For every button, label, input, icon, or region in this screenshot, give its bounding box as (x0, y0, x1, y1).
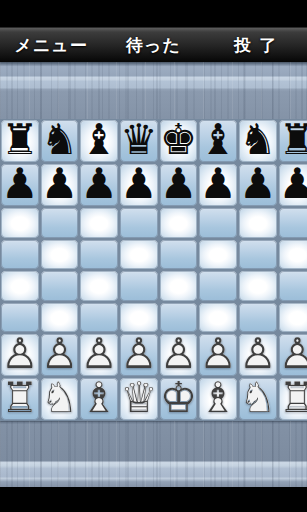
square-a7[interactable]: ♟ (1, 164, 39, 206)
square-h7[interactable]: ♟ (279, 164, 307, 206)
square-g2[interactable]: ♟♙ (239, 334, 277, 376)
piece-white-pawn: ♟♙ (80, 333, 118, 375)
square-a4[interactable] (1, 271, 39, 301)
piece-black-pawn: ♟ (199, 163, 237, 205)
menu-bar: メニュー 待った 投 了 (0, 27, 307, 62)
square-f1[interactable]: ♝♗ (199, 378, 237, 420)
square-d6[interactable] (120, 208, 158, 238)
square-e1[interactable]: ♚♔ (160, 378, 198, 420)
square-b4[interactable] (41, 271, 79, 301)
piece-white-pawn: ♟♙ (120, 333, 158, 375)
square-a5[interactable] (1, 240, 39, 270)
square-a3[interactable] (1, 303, 39, 333)
piece-black-pawn: ♟ (41, 163, 79, 205)
piece-black-king: ♚ (160, 119, 198, 161)
piece-white-pawn: ♟♙ (160, 333, 198, 375)
square-b8[interactable]: ♞ (41, 120, 79, 162)
status-bar (0, 0, 307, 27)
square-c5[interactable] (80, 240, 118, 270)
square-d3[interactable] (120, 303, 158, 333)
square-f6[interactable] (199, 208, 237, 238)
square-c4[interactable] (80, 271, 118, 301)
piece-black-pawn: ♟ (1, 163, 39, 205)
piece-black-rook: ♜ (1, 119, 39, 161)
square-g5[interactable] (239, 240, 277, 270)
piece-white-pawn: ♟♙ (239, 333, 277, 375)
square-g1[interactable]: ♞♘ (239, 378, 277, 420)
piece-black-pawn: ♟ (120, 163, 158, 205)
square-b3[interactable] (41, 303, 79, 333)
square-a2[interactable]: ♟♙ (1, 334, 39, 376)
piece-white-bishop: ♝♗ (80, 377, 118, 419)
square-f8[interactable]: ♝ (199, 120, 237, 162)
square-b6[interactable] (41, 208, 79, 238)
square-d5[interactable] (120, 240, 158, 270)
square-g3[interactable] (239, 303, 277, 333)
square-e2[interactable]: ♟♙ (160, 334, 198, 376)
piece-black-queen: ♛ (120, 119, 158, 161)
top-wood-panel (0, 62, 307, 119)
piece-black-pawn: ♟ (239, 163, 277, 205)
square-d8[interactable]: ♛ (120, 120, 158, 162)
piece-white-bishop: ♝♗ (199, 377, 237, 419)
piece-white-pawn: ♟♙ (199, 333, 237, 375)
piece-black-rook: ♜ (279, 119, 307, 161)
piece-black-knight: ♞ (239, 119, 277, 161)
piece-black-bishop: ♝ (199, 119, 237, 161)
square-e6[interactable] (160, 208, 198, 238)
square-d2[interactable]: ♟♙ (120, 334, 158, 376)
piece-white-queen: ♛♕ (120, 377, 158, 419)
square-h2[interactable]: ♟♙ (279, 334, 307, 376)
square-d4[interactable] (120, 271, 158, 301)
square-b5[interactable] (41, 240, 79, 270)
square-e5[interactable] (160, 240, 198, 270)
square-e7[interactable]: ♟ (160, 164, 198, 206)
square-a6[interactable] (1, 208, 39, 238)
square-f7[interactable]: ♟ (199, 164, 237, 206)
square-h1[interactable]: ♜♖ (279, 378, 307, 420)
square-c2[interactable]: ♟♙ (80, 334, 118, 376)
square-h8[interactable]: ♜ (279, 120, 307, 162)
square-c6[interactable] (80, 208, 118, 238)
square-e4[interactable] (160, 271, 198, 301)
square-g4[interactable] (239, 271, 277, 301)
square-e3[interactable] (160, 303, 198, 333)
square-d1[interactable]: ♛♕ (120, 378, 158, 420)
square-f3[interactable] (199, 303, 237, 333)
piece-black-knight: ♞ (41, 119, 79, 161)
square-b7[interactable]: ♟ (41, 164, 79, 206)
footer-bar (0, 487, 307, 512)
square-g7[interactable]: ♟ (239, 164, 277, 206)
square-h3[interactable] (279, 303, 307, 333)
app-screen: メニュー 待った 投 了 ♜♞♝♛♚♝♞♜♟♟♟♟♟♟♟♟♟♙♟♙♟♙♟♙♟♙♟… (0, 0, 307, 512)
piece-white-king: ♚♔ (160, 377, 198, 419)
square-f2[interactable]: ♟♙ (199, 334, 237, 376)
piece-white-pawn: ♟♙ (41, 333, 79, 375)
square-c1[interactable]: ♝♗ (80, 378, 118, 420)
piece-white-knight: ♞♘ (239, 377, 277, 419)
resign-button[interactable]: 投 了 (205, 28, 307, 62)
piece-black-pawn: ♟ (80, 163, 118, 205)
square-h6[interactable] (279, 208, 307, 238)
square-a1[interactable]: ♜♖ (1, 378, 39, 420)
square-b2[interactable]: ♟♙ (41, 334, 79, 376)
square-e8[interactable]: ♚ (160, 120, 198, 162)
menu-button[interactable]: メニュー (0, 28, 102, 62)
square-c8[interactable]: ♝ (80, 120, 118, 162)
piece-black-pawn: ♟ (160, 163, 198, 205)
square-b1[interactable]: ♞♘ (41, 378, 79, 420)
square-f5[interactable] (199, 240, 237, 270)
piece-black-pawn: ♟ (279, 163, 307, 205)
square-f4[interactable] (199, 271, 237, 301)
square-h5[interactable] (279, 240, 307, 270)
square-a8[interactable]: ♜ (1, 120, 39, 162)
piece-white-pawn: ♟♙ (1, 333, 39, 375)
piece-black-bishop: ♝ (80, 119, 118, 161)
piece-white-rook: ♜♖ (279, 377, 307, 419)
square-c7[interactable]: ♟ (80, 164, 118, 206)
square-g8[interactable]: ♞ (239, 120, 277, 162)
square-d7[interactable]: ♟ (120, 164, 158, 206)
chess-board: ♜♞♝♛♚♝♞♜♟♟♟♟♟♟♟♟♟♙♟♙♟♙♟♙♟♙♟♙♟♙♟♙♜♖♞♘♝♗♛♕… (0, 119, 307, 421)
square-g6[interactable] (239, 208, 277, 238)
undo-button[interactable]: 待った (102, 28, 204, 62)
piece-white-pawn: ♟♙ (279, 333, 307, 375)
bottom-wood-panel (0, 421, 307, 487)
square-c3[interactable] (80, 303, 118, 333)
square-h4[interactable] (279, 271, 307, 301)
piece-white-rook: ♜♖ (1, 377, 39, 419)
piece-white-knight: ♞♘ (41, 377, 79, 419)
